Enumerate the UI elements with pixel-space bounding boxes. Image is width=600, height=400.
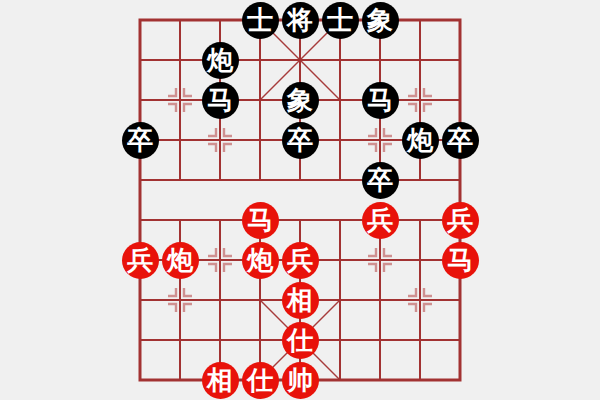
piece-black-elephant[interactable]: 象 — [362, 2, 399, 39]
piece-red-horse[interactable]: 马 — [442, 242, 479, 279]
piece-black-horse[interactable]: 马 — [202, 82, 239, 119]
piece-red-soldier[interactable]: 兵 — [122, 242, 159, 279]
piece-red-cannon[interactable]: 炮 — [162, 242, 199, 279]
piece-red-soldier[interactable]: 兵 — [362, 202, 399, 239]
piece-black-horse[interactable]: 马 — [362, 82, 399, 119]
piece-black-cannon[interactable]: 炮 — [402, 122, 439, 159]
piece-red-soldier[interactable]: 兵 — [442, 202, 479, 239]
piece-red-cannon[interactable]: 炮 — [242, 242, 279, 279]
xiangqi-board: 士将士象炮马象马卒卒炮卒卒马兵兵兵炮炮兵马相仕相仕帅 — [0, 0, 600, 400]
piece-red-elephant[interactable]: 相 — [202, 362, 239, 399]
piece-black-soldier[interactable]: 卒 — [362, 162, 399, 199]
piece-red-elephant[interactable]: 相 — [282, 282, 319, 319]
piece-red-advisor[interactable]: 仕 — [282, 322, 319, 359]
piece-red-advisor[interactable]: 仕 — [242, 362, 279, 399]
piece-red-horse[interactable]: 马 — [242, 202, 279, 239]
piece-black-advisor[interactable]: 士 — [322, 2, 359, 39]
piece-black-soldier[interactable]: 卒 — [442, 122, 479, 159]
pieces-layer: 士将士象炮马象马卒卒炮卒卒马兵兵兵炮炮兵马相仕相仕帅 — [0, 0, 600, 400]
piece-black-soldier[interactable]: 卒 — [282, 122, 319, 159]
piece-black-soldier[interactable]: 卒 — [122, 122, 159, 159]
piece-black-elephant[interactable]: 象 — [282, 82, 319, 119]
piece-black-cannon[interactable]: 炮 — [202, 42, 239, 79]
piece-red-general[interactable]: 帅 — [282, 362, 319, 399]
piece-black-advisor[interactable]: 士 — [242, 2, 279, 39]
piece-black-general[interactable]: 将 — [282, 2, 319, 39]
piece-red-soldier[interactable]: 兵 — [282, 242, 319, 279]
